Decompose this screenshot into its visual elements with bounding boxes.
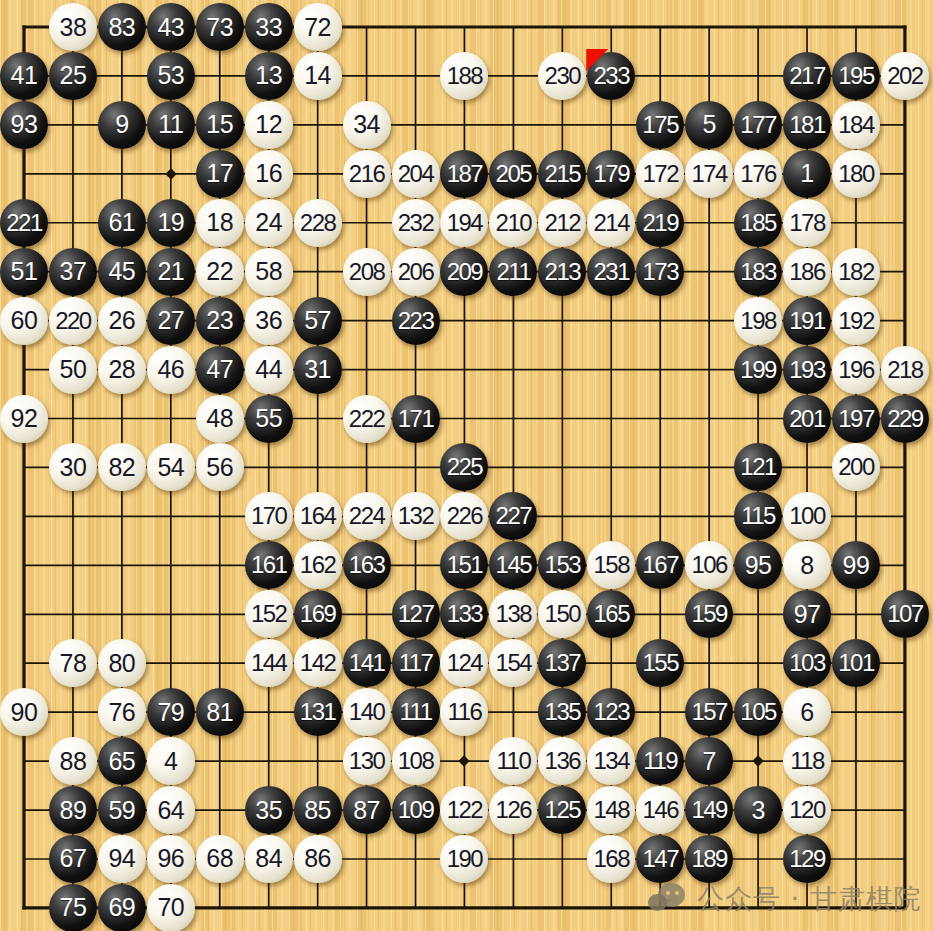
stone-93: 93 [0,101,48,149]
move-number: 198 [740,309,776,333]
move-number: 24 [255,210,282,235]
move-number: 54 [157,455,184,480]
move-number: 202 [887,64,923,88]
stone-35: 35 [245,786,293,834]
move-number: 103 [789,651,825,675]
move-number: 129 [789,847,825,871]
stone-170: 170 [245,492,293,540]
stone-216: 216 [343,150,391,198]
move-number: 191 [789,309,825,333]
stone-65: 65 [98,737,146,785]
move-number: 177 [740,113,776,137]
move-number: 11 [158,112,183,137]
stone-69: 69 [98,884,146,931]
move-number: 46 [157,357,184,382]
move-number: 150 [545,602,581,626]
stone-86: 86 [294,835,342,883]
move-number: 4 [164,749,177,774]
move-number: 60 [11,308,38,333]
move-number: 201 [789,407,825,431]
move-number: 30 [60,455,87,480]
move-number: 107 [887,602,923,626]
stone-177: 177 [734,101,782,149]
stone-229: 229 [881,395,929,443]
move-number: 36 [255,308,282,333]
move-number: 131 [300,700,336,724]
move-number: 121 [740,455,776,479]
stone-202: 202 [881,52,929,100]
move-number: 167 [642,553,678,577]
stone-193: 193 [783,346,831,394]
stone-210: 210 [489,199,537,247]
move-number: 179 [593,162,629,186]
move-number: 127 [398,602,434,626]
stone-24: 24 [245,199,293,247]
stone-109: 109 [392,786,440,834]
move-number: 220 [55,309,91,333]
move-number: 124 [447,651,483,675]
stone-13: 13 [245,52,293,100]
move-number: 43 [157,15,184,40]
stone-168: 168 [587,835,635,883]
stone-33: 33 [245,3,293,51]
move-number: 168 [593,847,629,871]
move-number: 224 [349,504,385,528]
stone-16: 16 [245,150,293,198]
move-number: 123 [593,700,629,724]
stone-17: 17 [196,150,244,198]
move-number: 175 [642,113,678,137]
move-number: 23 [206,308,233,333]
stone-198: 198 [734,297,782,345]
move-number: 157 [691,700,727,724]
move-number: 190 [447,847,483,871]
move-number: 126 [496,798,532,822]
stone-180: 180 [832,150,880,198]
move-number: 137 [545,651,581,675]
move-number: 144 [251,651,287,675]
move-number: 48 [206,406,233,431]
stone-48: 48 [196,395,244,443]
move-number: 230 [545,64,581,88]
move-number: 163 [349,553,385,577]
move-number: 37 [60,259,87,284]
stone-81: 81 [196,688,244,736]
stone-61: 61 [98,199,146,247]
move-number: 194 [447,211,483,235]
stone-186: 186 [783,248,831,296]
stone-55: 55 [245,395,293,443]
move-number: 105 [740,700,776,724]
move-number: 205 [496,162,532,186]
move-number: 210 [496,211,532,235]
stone-51: 51 [0,248,48,296]
move-number: 185 [740,211,776,235]
move-number: 140 [349,700,385,724]
stone-70: 70 [147,884,195,931]
move-number: 116 [448,700,482,724]
move-number: 92 [11,406,38,431]
stone-38: 38 [49,3,97,51]
move-number: 136 [545,749,581,773]
stone-231: 231 [587,248,635,296]
move-number: 145 [496,553,532,577]
move-number: 173 [642,260,678,284]
wechat-icon [648,883,688,915]
stone-230: 230 [538,52,586,100]
stone-89: 89 [49,786,97,834]
stone-43: 43 [147,3,195,51]
stone-218: 218 [881,346,929,394]
stone-59: 59 [98,786,146,834]
move-number: 212 [545,211,581,235]
move-number: 75 [60,895,87,920]
move-number: 90 [11,700,38,725]
stone-94: 94 [98,835,146,883]
move-number: 22 [206,259,233,284]
stone-147: 147 [636,835,684,883]
stone-163: 163 [343,541,391,589]
move-number: 38 [60,15,87,40]
stone-131: 131 [294,688,342,736]
move-number: 64 [157,798,184,823]
stone-15: 15 [196,101,244,149]
move-number: 85 [304,798,331,823]
move-number: 18 [206,210,233,235]
move-number: 76 [108,700,135,725]
move-number: 214 [593,211,629,235]
stone-41: 41 [0,52,48,100]
stone-201: 201 [783,395,831,443]
move-number: 117 [399,651,433,675]
stone-140: 140 [343,688,391,736]
stone-67: 67 [49,835,97,883]
stone-85: 85 [294,786,342,834]
stone-191: 191 [783,297,831,345]
stone-214: 214 [587,199,635,247]
move-number: 95 [745,553,772,578]
move-number: 170 [251,504,287,528]
stone-141: 141 [343,639,391,687]
move-number: 56 [206,455,233,480]
move-number: 82 [108,455,135,480]
stone-173: 173 [636,248,684,296]
stone-23: 23 [196,297,244,345]
move-number: 16 [255,161,282,186]
move-number: 162 [300,553,336,577]
stone-194: 194 [440,199,488,247]
move-number: 120 [789,798,825,822]
stone-64: 64 [147,786,195,834]
move-number: 65 [108,749,135,774]
stone-206: 206 [392,248,440,296]
move-number: 218 [887,358,923,382]
stone-97: 97 [783,590,831,638]
move-number: 13 [255,63,282,88]
move-number: 188 [447,64,483,88]
move-number: 79 [157,700,184,725]
stone-99: 99 [832,541,880,589]
move-number: 115 [741,504,775,528]
move-number: 118 [790,749,824,773]
stone-152: 152 [245,590,293,638]
move-number: 73 [206,15,233,40]
move-number: 111 [400,700,432,724]
move-number: 80 [108,651,135,676]
go-board[interactable]: 3883437333724125531314188230233217195202… [0,0,933,931]
stone-164: 164 [294,492,342,540]
move-number: 223 [398,309,434,333]
move-number: 213 [545,260,581,284]
stone-185: 185 [734,199,782,247]
move-number: 215 [545,162,581,186]
stone-192: 192 [832,297,880,345]
move-number: 149 [691,798,727,822]
stone-84: 84 [245,835,293,883]
stone-78: 78 [49,639,97,687]
move-number: 45 [108,259,135,284]
stone-19: 19 [147,199,195,247]
move-number: 87 [353,798,380,823]
stone-174: 174 [685,150,733,198]
stone-107: 107 [881,590,929,638]
move-number: 3 [751,798,764,823]
stone-142: 142 [294,639,342,687]
move-number: 155 [642,651,678,675]
stone-14: 14 [294,52,342,100]
stone-31: 31 [294,346,342,394]
move-number: 83 [108,15,135,40]
move-number: 178 [789,211,825,235]
stone-111: 111 [392,688,440,736]
stone-169: 169 [294,590,342,638]
stone-90: 90 [0,688,48,736]
stone-53: 53 [147,52,195,100]
stone-18: 18 [196,199,244,247]
stone-34: 34 [343,101,391,149]
stone-199: 199 [734,346,782,394]
move-number: 204 [398,162,434,186]
move-number: 148 [593,798,629,822]
move-number: 69 [108,895,135,920]
move-number: 15 [206,112,233,137]
move-number: 174 [691,162,727,186]
move-number: 233 [593,64,629,88]
move-number: 81 [206,700,233,725]
stone-37: 37 [49,248,97,296]
move-number: 172 [642,162,678,186]
stone-213: 213 [538,248,586,296]
move-number: 161 [251,553,287,577]
move-number: 14 [304,63,331,88]
move-number: 216 [349,162,385,186]
stone-179: 179 [587,150,635,198]
stone-45: 45 [98,248,146,296]
move-number: 181 [789,113,825,137]
stone-184: 184 [832,101,880,149]
move-number: 61 [108,210,135,235]
stone-129: 129 [783,835,831,883]
move-number: 189 [691,847,727,871]
stone-221: 221 [0,199,48,247]
move-number: 86 [304,846,331,871]
move-number: 225 [447,455,483,479]
stone-161: 161 [245,541,293,589]
move-number: 208 [349,260,385,284]
move-number: 176 [740,162,776,186]
move-number: 41 [11,63,38,88]
stone-57: 57 [294,297,342,345]
move-number: 25 [60,63,87,88]
stone-88: 88 [49,737,97,785]
stone-56: 56 [196,443,244,491]
move-number: 182 [838,260,874,284]
stone-103: 103 [783,639,831,687]
move-number: 70 [157,895,184,920]
stone-4: 4 [147,737,195,785]
move-number: 55 [255,406,282,431]
move-number: 96 [157,846,184,871]
move-number: 195 [838,64,874,88]
move-number: 58 [255,259,282,284]
move-number: 222 [349,407,385,431]
stone-105: 105 [734,688,782,736]
move-number: 184 [838,113,874,137]
stone-205: 205 [489,150,537,198]
stone-146: 146 [636,786,684,834]
stone-148: 148 [587,786,635,834]
stone-130: 130 [343,737,391,785]
stone-144: 144 [245,639,293,687]
move-number: 135 [545,700,581,724]
stone-96: 96 [147,835,195,883]
stone-232: 232 [392,199,440,247]
move-number: 164 [300,504,336,528]
stone-92: 92 [0,395,48,443]
move-number: 187 [447,162,483,186]
move-number: 89 [60,798,87,823]
move-number: 196 [838,358,874,382]
stone-187: 187 [440,150,488,198]
stone-132: 132 [392,492,440,540]
move-number: 119 [643,749,677,773]
stone-119: 119 [636,737,684,785]
stone-26: 26 [98,297,146,345]
move-number: 209 [447,260,483,284]
stone-72: 72 [294,3,342,51]
stone-217: 217 [783,52,831,100]
move-number: 211 [497,260,531,284]
move-number: 122 [447,798,483,822]
stone-28: 28 [98,346,146,394]
stone-204: 204 [392,150,440,198]
move-number: 33 [255,15,282,40]
move-number: 101 [838,651,874,675]
stone-228: 228 [294,199,342,247]
move-number: 27 [157,308,184,333]
stone-127: 127 [392,590,440,638]
stone-1: 1 [783,150,831,198]
move-number: 219 [642,211,678,235]
move-number: 159 [691,602,727,626]
stone-87: 87 [343,786,391,834]
stone-6: 6 [783,688,831,736]
stone-189: 189 [685,835,733,883]
stone-73: 73 [196,3,244,51]
stone-47: 47 [196,346,244,394]
stone-54: 54 [147,443,195,491]
move-number: 88 [60,749,87,774]
move-number: 232 [398,211,434,235]
move-number: 141 [349,651,385,675]
stone-46: 46 [147,346,195,394]
move-number: 12 [255,112,282,137]
move-number: 125 [545,798,581,822]
stone-3: 3 [734,786,782,834]
stone-58: 58 [245,248,293,296]
move-number: 132 [398,504,434,528]
move-number: 133 [447,602,483,626]
stone-76: 76 [98,688,146,736]
move-number: 78 [60,651,87,676]
move-number: 130 [349,749,385,773]
stone-182: 182 [832,248,880,296]
move-number: 109 [398,798,434,822]
move-number: 206 [398,260,434,284]
move-number: 6 [800,700,813,725]
move-number: 84 [255,846,282,871]
stone-172: 172 [636,150,684,198]
move-number: 152 [251,602,287,626]
stone-215: 215 [538,150,586,198]
move-number: 192 [838,309,874,333]
move-number: 158 [593,553,629,577]
move-number: 106 [691,553,727,577]
stone-5: 5 [685,101,733,149]
stone-44: 44 [245,346,293,394]
move-number: 26 [108,308,135,333]
move-number: 94 [108,846,135,871]
stone-220: 220 [49,297,97,345]
move-number: 47 [206,357,233,382]
move-number: 229 [887,407,923,431]
stone-82: 82 [98,443,146,491]
stone-162: 162 [294,541,342,589]
stone-197: 197 [832,395,880,443]
watermark: 公众号 · 甘肃棋院 [648,881,922,917]
move-number: 226 [447,504,483,528]
stone-101: 101 [832,639,880,687]
stone-22: 22 [196,248,244,296]
stone-117: 117 [392,639,440,687]
move-number: 221 [6,211,42,235]
move-number: 99 [843,553,870,578]
stone-196: 196 [832,346,880,394]
move-number: 68 [206,846,233,871]
stone-68: 68 [196,835,244,883]
move-number: 110 [497,749,531,773]
stone-7: 7 [685,737,733,785]
move-number: 186 [789,260,825,284]
stone-208: 208 [343,248,391,296]
move-number: 154 [496,651,532,675]
move-number: 9 [115,112,128,137]
move-number: 59 [108,798,135,823]
stone-118: 118 [783,737,831,785]
stone-12: 12 [245,101,293,149]
stone-27: 27 [147,297,195,345]
move-number: 134 [593,749,629,773]
